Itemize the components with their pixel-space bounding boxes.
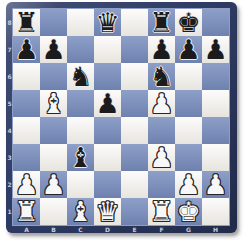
square-f5: ♟︎ (148, 90, 175, 117)
file-label-f: F (148, 225, 175, 233)
black-knight-f6-piece: ♞ (148, 63, 175, 90)
rank-label-2: 2 (6, 171, 13, 198)
square-c5 (67, 90, 94, 117)
board-grid: ♜♛♜♚♟︎♟︎♟︎♟︎♟︎♞♞♝♟︎♟︎♝♟︎♟︎♟︎♟︎♟︎♜♝♛♜♚ (13, 9, 229, 225)
square-a1: ♜ (13, 198, 40, 225)
white-king-g1-piece: ♚ (175, 198, 202, 225)
square-g1: ♚ (175, 198, 202, 225)
square-b7: ♟︎ (40, 36, 67, 63)
square-f4 (148, 117, 175, 144)
square-d3 (94, 144, 121, 171)
square-b4 (40, 117, 67, 144)
black-pawn-f7-piece: ♟︎ (148, 36, 175, 63)
black-pawn-a7-piece: ♟︎ (13, 36, 40, 63)
square-b2: ♟︎ (40, 171, 67, 198)
square-g8: ♚ (175, 9, 202, 36)
square-f1: ♜ (148, 198, 175, 225)
square-e5 (121, 90, 148, 117)
square-e3 (121, 144, 148, 171)
black-bishop-c3-piece: ♝ (67, 144, 94, 171)
black-pawn-h7-piece: ♟︎ (202, 36, 229, 63)
white-bishop-b5-piece: ♝ (40, 90, 67, 117)
square-a8: ♜ (13, 9, 40, 36)
square-c4 (67, 117, 94, 144)
square-f7: ♟︎ (148, 36, 175, 63)
white-pawn-a2-piece: ♟︎ (13, 171, 40, 198)
square-b1 (40, 198, 67, 225)
file-labels: ABCDEFGH (13, 225, 229, 233)
black-king-g8-piece: ♚ (175, 9, 202, 36)
square-f3: ♟︎ (148, 144, 175, 171)
square-e6 (121, 63, 148, 90)
black-pawn-g7-piece: ♟︎ (175, 36, 202, 63)
file-label-d: D (94, 225, 121, 233)
square-h8 (202, 9, 229, 36)
rank-labels: 87654321 (6, 9, 13, 225)
black-rook-a8-piece: ♜ (13, 9, 40, 36)
square-d7 (94, 36, 121, 63)
square-b5: ♝ (40, 90, 67, 117)
square-c2 (67, 171, 94, 198)
square-a5 (13, 90, 40, 117)
square-d2 (94, 171, 121, 198)
rank-label-6: 6 (6, 63, 13, 90)
square-f2 (148, 171, 175, 198)
square-g6 (175, 63, 202, 90)
square-h3 (202, 144, 229, 171)
square-c3: ♝ (67, 144, 94, 171)
rank-label-5: 5 (6, 90, 13, 117)
black-pawn-d5-piece: ♟︎ (94, 90, 121, 117)
square-b6 (40, 63, 67, 90)
square-c8 (67, 9, 94, 36)
white-pawn-h2-piece: ♟︎ (202, 171, 229, 198)
rank-label-7: 7 (6, 36, 13, 63)
white-pawn-g2-piece: ♟︎ (175, 171, 202, 198)
square-h5 (202, 90, 229, 117)
white-rook-f1-piece: ♜ (148, 198, 175, 225)
square-h1 (202, 198, 229, 225)
square-a3 (13, 144, 40, 171)
black-queen-d8-piece: ♛ (94, 9, 121, 36)
square-e8 (121, 9, 148, 36)
square-e1 (121, 198, 148, 225)
square-g7: ♟︎ (175, 36, 202, 63)
square-a7: ♟︎ (13, 36, 40, 63)
square-f6: ♞ (148, 63, 175, 90)
white-pawn-f3-piece: ♟︎ (148, 144, 175, 171)
white-pawn-b2-piece: ♟︎ (40, 171, 67, 198)
square-d5: ♟︎ (94, 90, 121, 117)
square-b8 (40, 9, 67, 36)
square-d4 (94, 117, 121, 144)
square-e4 (121, 117, 148, 144)
file-label-b: B (40, 225, 67, 233)
square-d8: ♛ (94, 9, 121, 36)
white-pawn-f5-piece: ♟︎ (148, 90, 175, 117)
square-h6 (202, 63, 229, 90)
square-c1: ♝ (67, 198, 94, 225)
black-rook-f8-piece: ♜ (148, 9, 175, 36)
board-frame: 87654321 ABCDEFGH ♜♛♜♚♟︎♟︎♟︎♟︎♟︎♞♞♝♟︎♟︎♝… (6, 2, 237, 233)
file-label-e: E (121, 225, 148, 233)
file-label-h: H (202, 225, 229, 233)
square-b3 (40, 144, 67, 171)
chess-diagram: 87654321 ABCDEFGH ♜♛♜♚♟︎♟︎♟︎♟︎♟︎♞♞♝♟︎♟︎♝… (0, 0, 244, 240)
square-f8: ♜ (148, 9, 175, 36)
square-a2: ♟︎ (13, 171, 40, 198)
file-label-g: G (175, 225, 202, 233)
square-d1: ♛ (94, 198, 121, 225)
square-h7: ♟︎ (202, 36, 229, 63)
rank-label-4: 4 (6, 117, 13, 144)
rank-label-8: 8 (6, 9, 13, 36)
square-e2 (121, 171, 148, 198)
white-queen-d1-piece: ♛ (94, 198, 121, 225)
file-label-a: A (13, 225, 40, 233)
square-h2: ♟︎ (202, 171, 229, 198)
square-e7 (121, 36, 148, 63)
file-label-c: C (67, 225, 94, 233)
white-rook-a1-piece: ♜ (13, 198, 40, 225)
black-knight-c6-piece: ♞ (67, 63, 94, 90)
square-g3 (175, 144, 202, 171)
square-g5 (175, 90, 202, 117)
square-h4 (202, 117, 229, 144)
rank-label-1: 1 (6, 198, 13, 225)
square-a6 (13, 63, 40, 90)
rank-label-3: 3 (6, 144, 13, 171)
black-pawn-b7-piece: ♟︎ (40, 36, 67, 63)
square-g2: ♟︎ (175, 171, 202, 198)
white-bishop-c1-piece: ♝ (67, 198, 94, 225)
square-c6: ♞ (67, 63, 94, 90)
square-a4 (13, 117, 40, 144)
square-c7 (67, 36, 94, 63)
square-d6 (94, 63, 121, 90)
square-g4 (175, 117, 202, 144)
